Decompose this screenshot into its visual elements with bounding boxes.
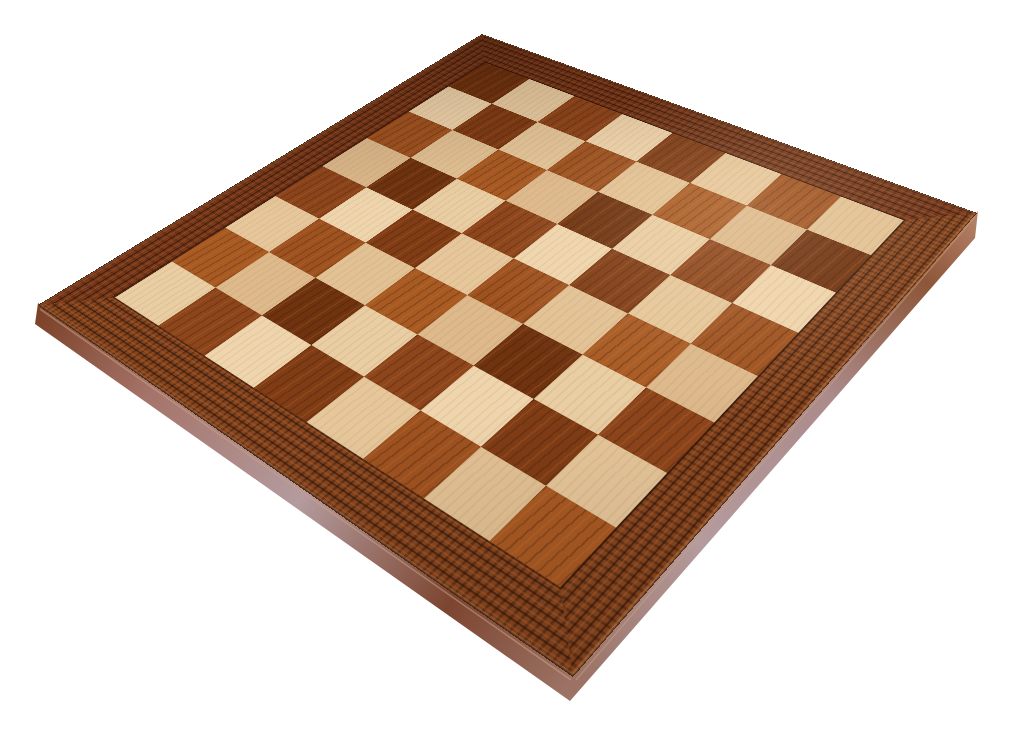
photo-scene [0, 0, 1024, 743]
